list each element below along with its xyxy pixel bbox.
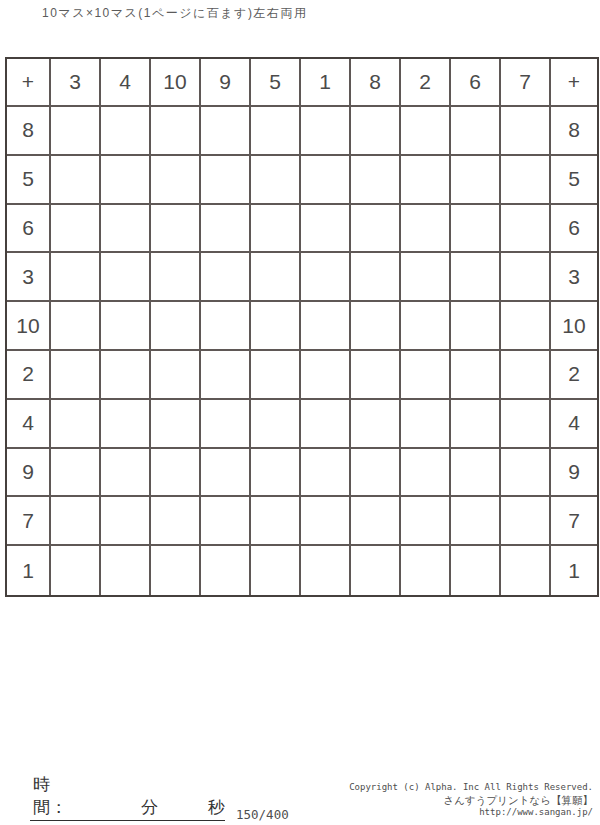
answer-cell-r2c2[interactable] [101, 156, 151, 205]
answer-cell-r6c4[interactable] [201, 351, 251, 400]
sheet-number: 150/400 [236, 807, 289, 822]
answer-cell-r10c5[interactable] [251, 546, 301, 595]
answer-cell-r5c7[interactable] [351, 302, 401, 351]
row-header-left-6: 2 [7, 351, 51, 400]
answer-cell-r9c5[interactable] [251, 497, 301, 546]
answer-cell-r2c6[interactable] [301, 156, 351, 205]
row-header-left-2: 5 [7, 156, 51, 205]
answer-cell-r3c10[interactable] [501, 205, 551, 254]
answer-cell-r8c5[interactable] [251, 449, 301, 498]
answer-cell-r10c8[interactable] [401, 546, 451, 595]
answer-cell-r3c6[interactable] [301, 205, 351, 254]
answer-cell-r2c8[interactable] [401, 156, 451, 205]
answer-cell-r8c8[interactable] [401, 449, 451, 498]
answer-cell-r5c9[interactable] [451, 302, 501, 351]
row-header-right-5: 10 [551, 302, 597, 351]
answer-cell-r3c5[interactable] [251, 205, 301, 254]
answer-cell-r8c6[interactable] [301, 449, 351, 498]
answer-cell-r10c10[interactable] [501, 546, 551, 595]
minutes-label: 分 [141, 796, 158, 819]
answer-cell-r9c4[interactable] [201, 497, 251, 546]
answer-cell-r8c4[interactable] [201, 449, 251, 498]
answer-cell-r4c3[interactable] [151, 253, 201, 302]
answer-cell-r1c2[interactable] [101, 107, 151, 156]
answer-cell-r8c9[interactable] [451, 449, 501, 498]
copyright-line-1: Copyright (c) Alpha. Inc All Rights Rese… [349, 781, 593, 794]
answer-cell-r7c1[interactable] [51, 400, 101, 449]
operator-corner-top-left: + [7, 59, 51, 107]
answer-cell-r2c9[interactable] [451, 156, 501, 205]
row-header-right-7: 4 [551, 400, 597, 449]
answer-cell-r1c9[interactable] [451, 107, 501, 156]
answer-cell-r6c5[interactable] [251, 351, 301, 400]
row-header-left-5: 10 [7, 302, 51, 351]
answer-cell-r1c8[interactable] [401, 107, 451, 156]
answer-cell-r1c3[interactable] [151, 107, 201, 156]
answer-cell-r9c3[interactable] [151, 497, 201, 546]
col-header-5: 5 [251, 59, 301, 107]
hundred-square-grid: +34109518267+8855663310102244997711 [5, 57, 599, 597]
answer-cell-r9c9[interactable] [451, 497, 501, 546]
page-title: 10マス×10マス(1ページに百ます)左右両用 [42, 5, 307, 22]
answer-cell-r7c2[interactable] [101, 400, 151, 449]
answer-cell-r7c5[interactable] [251, 400, 301, 449]
row-header-left-7: 4 [7, 400, 51, 449]
answer-cell-r4c2[interactable] [101, 253, 151, 302]
answer-cell-r5c4[interactable] [201, 302, 251, 351]
answer-cell-r3c9[interactable] [451, 205, 501, 254]
answer-cell-r3c8[interactable] [401, 205, 451, 254]
row-header-left-8: 9 [7, 449, 51, 498]
answer-cell-r3c7[interactable] [351, 205, 401, 254]
answer-cell-r4c8[interactable] [401, 253, 451, 302]
answer-cell-r1c5[interactable] [251, 107, 301, 156]
copyright-line-2: さんすうプリントなら【算願】 [349, 794, 593, 807]
answer-cell-r8c1[interactable] [51, 449, 101, 498]
answer-cell-r5c1[interactable] [51, 302, 101, 351]
row-header-right-1: 8 [551, 107, 597, 156]
row-header-right-10: 1 [551, 546, 597, 595]
answer-cell-r2c3[interactable] [151, 156, 201, 205]
answer-cell-r9c7[interactable] [351, 497, 401, 546]
worksheet-page: 10マス×10マス(1ページに百ます)左右両用 +34109518267+885… [0, 0, 600, 825]
answer-cell-r10c7[interactable] [351, 546, 401, 595]
answer-cell-r7c8[interactable] [401, 400, 451, 449]
row-header-right-8: 9 [551, 449, 597, 498]
answer-cell-r6c2[interactable] [101, 351, 151, 400]
answer-cell-r6c6[interactable] [301, 351, 351, 400]
seconds-label: 秒 [208, 796, 225, 819]
answer-cell-r8c10[interactable] [501, 449, 551, 498]
col-header-6: 1 [301, 59, 351, 107]
answer-cell-r3c3[interactable] [151, 205, 201, 254]
answer-cell-r6c3[interactable] [151, 351, 201, 400]
answer-cell-r6c1[interactable] [51, 351, 101, 400]
answer-cell-r9c10[interactable] [501, 497, 551, 546]
answer-cell-r7c7[interactable] [351, 400, 401, 449]
answer-cell-r8c7[interactable] [351, 449, 401, 498]
col-header-2: 4 [101, 59, 151, 107]
copyright-block: Copyright (c) Alpha. Inc All Rights Rese… [349, 781, 593, 819]
time-label: 時間： [33, 773, 83, 819]
answer-cell-r10c6[interactable] [301, 546, 351, 595]
answer-cell-r4c1[interactable] [51, 253, 101, 302]
row-header-right-4: 3 [551, 253, 597, 302]
answer-cell-r3c1[interactable] [51, 205, 101, 254]
row-header-right-2: 5 [551, 156, 597, 205]
col-header-10: 7 [501, 59, 551, 107]
row-header-left-9: 7 [7, 497, 51, 546]
answer-cell-r10c9[interactable] [451, 546, 501, 595]
answer-cell-r1c4[interactable] [201, 107, 251, 156]
answer-cell-r7c4[interactable] [201, 400, 251, 449]
answer-cell-r10c3[interactable] [151, 546, 201, 595]
row-header-right-3: 6 [551, 205, 597, 254]
answer-cell-r8c3[interactable] [151, 449, 201, 498]
row-header-right-6: 2 [551, 351, 597, 400]
answer-cell-r4c10[interactable] [501, 253, 551, 302]
answer-cell-r8c2[interactable] [101, 449, 151, 498]
answer-cell-r5c3[interactable] [151, 302, 201, 351]
answer-cell-r4c5[interactable] [251, 253, 301, 302]
col-header-4: 9 [201, 59, 251, 107]
answer-cell-r2c10[interactable] [501, 156, 551, 205]
answer-cell-r4c6[interactable] [301, 253, 351, 302]
row-header-left-4: 3 [7, 253, 51, 302]
row-header-right-9: 7 [551, 497, 597, 546]
answer-cell-r1c7[interactable] [351, 107, 401, 156]
row-header-left-1: 8 [7, 107, 51, 156]
answer-cell-r3c2[interactable] [101, 205, 151, 254]
copyright-line-3: http://www.sangan.jp/ [349, 806, 593, 819]
answer-cell-r5c5[interactable] [251, 302, 301, 351]
answer-cell-r6c9[interactable] [451, 351, 501, 400]
answer-cell-r10c4[interactable] [201, 546, 251, 595]
col-header-1: 3 [51, 59, 101, 107]
col-header-7: 8 [351, 59, 401, 107]
answer-cell-r3c4[interactable] [201, 205, 251, 254]
answer-cell-r2c4[interactable] [201, 156, 251, 205]
answer-cell-r1c10[interactable] [501, 107, 551, 156]
answer-cell-r7c10[interactable] [501, 400, 551, 449]
row-header-left-10: 1 [7, 546, 51, 595]
answer-cell-r5c2[interactable] [101, 302, 151, 351]
answer-cell-r10c2[interactable] [101, 546, 151, 595]
answer-cell-r9c2[interactable] [101, 497, 151, 546]
answer-cell-r6c8[interactable] [401, 351, 451, 400]
answer-cell-r7c6[interactable] [301, 400, 351, 449]
operator-corner-top-right: + [551, 59, 597, 107]
col-header-3: 10 [151, 59, 201, 107]
row-header-left-3: 6 [7, 205, 51, 254]
answer-cell-r1c6[interactable] [301, 107, 351, 156]
answer-cell-r10c1[interactable] [51, 546, 101, 595]
answer-cell-r5c10[interactable] [501, 302, 551, 351]
answer-cell-r7c3[interactable] [151, 400, 201, 449]
answer-cell-r6c7[interactable] [351, 351, 401, 400]
answer-cell-r7c9[interactable] [451, 400, 501, 449]
answer-cell-r9c6[interactable] [301, 497, 351, 546]
answer-cell-r5c8[interactable] [401, 302, 451, 351]
col-header-8: 2 [401, 59, 451, 107]
answer-cell-r9c8[interactable] [401, 497, 451, 546]
answer-cell-r4c9[interactable] [451, 253, 501, 302]
answer-cell-r6c10[interactable] [501, 351, 551, 400]
answer-cell-r2c5[interactable] [251, 156, 301, 205]
answer-cell-r4c7[interactable] [351, 253, 401, 302]
answer-cell-r1c1[interactable] [51, 107, 101, 156]
answer-cell-r2c1[interactable] [51, 156, 101, 205]
col-header-9: 6 [451, 59, 501, 107]
answer-cell-r5c6[interactable] [301, 302, 351, 351]
answer-cell-r2c7[interactable] [351, 156, 401, 205]
time-entry-line: 時間： 分 秒 [30, 799, 225, 821]
answer-cell-r9c1[interactable] [51, 497, 101, 546]
answer-cell-r4c4[interactable] [201, 253, 251, 302]
